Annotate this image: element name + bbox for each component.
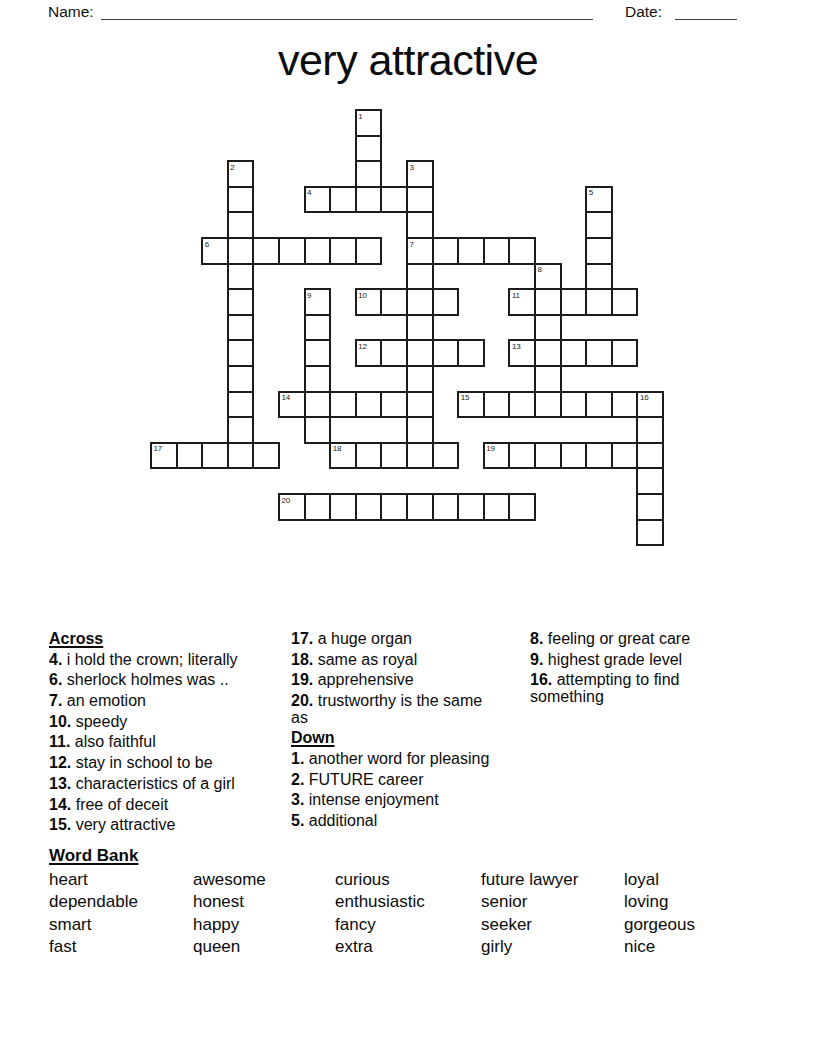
grid-cell[interactable]: 5 [585,186,613,214]
clue-number: 3 [410,163,414,172]
clue-number: 10 [358,291,367,300]
grid-cell[interactable]: 7 [406,237,434,265]
crossword-grid: 1234567891011121314151617181920 [151,110,663,546]
clue-item-number: 13. [49,775,71,792]
grid-cell[interactable]: 17 [150,442,178,470]
grid-cell[interactable] [432,493,460,521]
grid-cell[interactable] [406,288,434,316]
grid-cell[interactable]: 20 [278,493,306,521]
grid-cell[interactable] [304,365,332,393]
grid-cell[interactable]: 19 [483,442,511,470]
clue-item: 17. a huge organ [291,631,503,648]
grid-cell[interactable]: 1 [355,109,383,137]
grid-cell[interactable] [406,263,434,291]
clue-item-number: 18. [291,651,313,668]
grid-cell[interactable] [201,442,229,470]
grid-cell[interactable]: 10 [355,288,383,316]
grid-cell[interactable]: 8 [534,263,562,291]
grid-cell[interactable] [432,442,460,470]
word-bank-word: awesome [193,870,335,892]
grid-cell[interactable] [380,288,408,316]
grid-cell[interactable] [636,442,664,470]
clue-item-number: 4. [49,651,62,668]
grid-cell[interactable] [355,442,383,470]
clue-number: 18 [333,444,342,453]
name-label: Name: [48,3,94,21]
grid-cell[interactable]: 16 [636,391,664,419]
clue-item: 6. sherlock holmes was .. [49,672,281,689]
grid-cell[interactable] [304,339,332,367]
clue-item: 2. FUTURE career [291,772,503,789]
grid-cell[interactable]: 3 [406,160,434,188]
grid-cell[interactable] [227,416,255,444]
grid-cell[interactable] [457,237,485,265]
clue-item: 20. trustworthy is the same as [291,693,503,726]
word-bank-word: nice [624,937,794,959]
clue-item-number: 8. [530,630,543,647]
grid-cell[interactable] [304,237,332,265]
grid-cell[interactable] [227,339,255,367]
grid-cell[interactable] [252,237,280,265]
word-bank-word: loyal [624,870,794,892]
clue-item-number: 7. [49,692,62,709]
grid-cell[interactable] [406,391,434,419]
grid-cell[interactable] [304,391,332,419]
grid-cell[interactable] [560,391,588,419]
grid-cell[interactable] [534,442,562,470]
grid-cell[interactable] [406,186,434,214]
grid-cell[interactable] [227,288,255,316]
grid-cell[interactable] [457,493,485,521]
grid-cell[interactable] [406,211,434,239]
grid-cell[interactable] [406,442,434,470]
grid-cell[interactable] [560,339,588,367]
grid-cell[interactable]: 18 [329,442,357,470]
grid-cell[interactable] [227,186,255,214]
clue-item: 18. same as royal [291,652,503,669]
date-label: Date: [625,3,662,21]
clue-item: 1. another word for pleasing [291,751,503,768]
word-bank-word: smart [49,915,193,937]
word-bank-word: curious [335,870,481,892]
grid-cell[interactable] [406,339,434,367]
word-bank-word: heart [49,870,193,892]
clue-number: 20 [282,496,291,505]
clue-item-number: 19. [291,671,313,688]
grid-cell[interactable] [406,365,434,393]
clue-item-number: 2. [291,771,304,788]
grid-cell[interactable]: 11 [508,288,536,316]
clue-item: 15. very attractive [49,817,281,834]
grid-cell[interactable] [432,288,460,316]
clue-item-number: 16. [530,671,552,688]
clue-item: 7. an emotion [49,693,281,710]
clue-number: 12 [358,342,367,351]
clue-column-1: Across4. i hold the crown; literally6. s… [49,631,281,838]
grid-cell[interactable] [227,211,255,239]
grid-cell[interactable] [585,211,613,239]
grid-cell[interactable] [406,493,434,521]
grid-cell[interactable] [483,493,511,521]
clue-item-number: 9. [530,651,543,668]
clue-item-number: 6. [49,671,62,688]
grid-cell[interactable] [636,416,664,444]
grid-cell[interactable] [611,288,639,316]
grid-cell[interactable] [355,186,383,214]
clue-number: 11 [512,291,520,300]
grid-cell[interactable] [380,442,408,470]
clue-item-number: 14. [49,796,71,813]
clue-item-number: 3. [291,791,304,808]
grid-cell[interactable] [329,237,357,265]
grid-cell[interactable] [406,314,434,342]
grid-cell[interactable] [406,416,434,444]
grid-cell[interactable] [585,339,613,367]
grid-cell[interactable] [380,186,408,214]
clue-item-number: 11. [49,733,70,750]
grid-cell[interactable] [227,314,255,342]
grid-cell[interactable] [611,391,639,419]
clue-item-number: 5. [291,812,304,829]
name-blank-line[interactable] [101,0,593,20]
clue-number: 15 [461,393,470,402]
clue-number: 9 [307,291,311,300]
grid-cell[interactable] [483,237,511,265]
grid-cell[interactable] [508,237,536,265]
grid-cell[interactable]: 15 [457,391,485,419]
clue-number: 14 [282,393,291,402]
grid-cell[interactable] [227,237,255,265]
grid-cell[interactable] [534,314,562,342]
grid-cell[interactable]: 2 [227,160,255,188]
grid-cell[interactable] [227,442,255,470]
word-bank-grid: heartawesomecuriousfuture lawyerloyaldep… [49,870,794,960]
clue-number: 19 [486,444,495,453]
clue-number: 16 [640,393,649,402]
clue-number: 13 [512,342,521,351]
clue-number: 17 [154,444,163,453]
worksheet-page: Name: Date: very attractive 123456789101… [0,0,816,1056]
grid-cell[interactable] [304,416,332,444]
grid-cell[interactable] [457,339,485,367]
grid-cell[interactable] [252,442,280,470]
clue-number: 1 [358,112,362,121]
clue-item: 13. characteristics of a girl [49,776,281,793]
grid-cell[interactable] [534,339,562,367]
word-bank-word: enthusiastic [335,892,481,914]
word-bank-word: extra [335,937,481,959]
clue-item: 10. speedy [49,714,281,731]
clue-item: 3. intense enjoyment [291,792,503,809]
grid-cell[interactable] [508,493,536,521]
grid-cell[interactable]: 13 [508,339,536,367]
grid-cell[interactable] [585,237,613,265]
grid-cell[interactable]: 4 [304,186,332,214]
clue-item: 8. feeling or great care [530,631,730,648]
grid-cell[interactable] [355,391,383,419]
grid-cell[interactable] [304,493,332,521]
grid-cell[interactable] [329,391,357,419]
grid-cell[interactable] [534,365,562,393]
grid-cell[interactable] [329,186,357,214]
clue-item-number: 12. [49,754,71,771]
word-bank-word: girly [481,937,624,959]
clue-number: 7 [410,240,414,249]
clue-item: 12. stay in school to be [49,755,281,772]
clue-number: 2 [230,163,234,172]
grid-cell[interactable] [227,391,255,419]
grid-cell[interactable] [483,391,511,419]
grid-cell[interactable] [432,339,460,367]
word-bank-word: gorgeous [624,915,794,937]
grid-cell[interactable] [611,339,639,367]
clue-number: 5 [589,188,593,197]
grid-cell[interactable] [636,493,664,521]
grid-cell[interactable]: 14 [278,391,306,419]
word-bank-word: fast [49,937,193,959]
clue-item: 19. apprehensive [291,672,503,689]
clue-item-number: 17. [291,630,313,647]
word-bank-word: seeker [481,915,624,937]
grid-cell[interactable] [355,160,383,188]
clue-item: 14. free of deceit [49,797,281,814]
grid-cell[interactable] [560,288,588,316]
clue-item-number: 10. [49,713,71,730]
word-bank-word: senior [481,892,624,914]
grid-cell[interactable] [304,314,332,342]
grid-cell[interactable] [508,391,536,419]
grid-cell[interactable]: 9 [304,288,332,316]
grid-cell[interactable] [585,263,613,291]
grid-cell[interactable] [176,442,204,470]
grid-cell[interactable] [534,288,562,316]
clue-number: 8 [538,265,542,274]
clue-item-number: 1. [291,750,304,767]
clue-column-2: 17. a huge organ18. same as royal19. app… [291,631,503,834]
word-bank-word: honest [193,892,335,914]
word-bank-word: dependable [49,892,193,914]
grid-cell[interactable] [227,365,255,393]
heading-across: Across [49,631,281,648]
grid-cell[interactable] [278,237,306,265]
clue-item: 9. highest grade level [530,652,730,669]
grid-cell[interactable] [380,391,408,419]
word-bank-word: happy [193,915,335,937]
grid-cell[interactable] [636,467,664,495]
clue-number: 6 [205,240,209,249]
clue-number: 4 [307,188,311,197]
grid-cell[interactable]: 12 [355,339,383,367]
grid-cell[interactable] [355,237,383,265]
word-bank-heading: Word Bank [49,846,138,866]
page-title: very attractive [0,36,816,85]
grid-cell[interactable]: 6 [201,237,229,265]
grid-cell[interactable] [508,442,536,470]
grid-cell[interactable] [227,263,255,291]
clue-item: 4. i hold the crown; literally [49,652,281,669]
clue-item: 11. also faithful [49,734,281,751]
word-bank-word: future lawyer [481,870,624,892]
clue-item: 16. attempting to find something [530,672,730,705]
clue-item: 5. additional [291,813,503,830]
grid-cell[interactable] [380,493,408,521]
date-blank-line[interactable] [675,0,737,20]
grid-cell[interactable] [380,339,408,367]
word-bank-word: loving [624,892,794,914]
grid-cell[interactable] [329,493,357,521]
clue-item-number: 15. [49,816,71,833]
grid-cell[interactable] [560,442,588,470]
grid-cell[interactable] [636,519,664,547]
grid-cell[interactable] [355,135,383,163]
grid-cell[interactable] [585,442,613,470]
clue-item-number: 20. [291,692,313,709]
grid-cell[interactable] [585,391,613,419]
grid-cell[interactable] [432,237,460,265]
word-bank-word: fancy [335,915,481,937]
grid-cell[interactable] [611,442,639,470]
grid-cell[interactable] [534,391,562,419]
clue-column-3: 8. feeling or great care9. highest grade… [530,631,730,710]
grid-cell[interactable] [585,288,613,316]
heading-down: Down [291,730,503,747]
word-bank-word: queen [193,937,335,959]
grid-cell[interactable] [355,493,383,521]
